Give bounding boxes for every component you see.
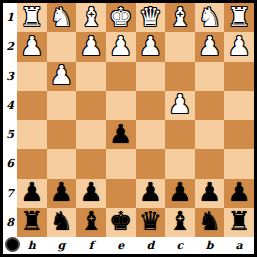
square-c8[interactable]: ♝ — [165, 208, 195, 237]
square-b3[interactable] — [195, 62, 225, 91]
file-label-a: a — [224, 239, 254, 252]
square-b5[interactable] — [195, 120, 225, 149]
white-pawn: ♟ — [20, 33, 43, 59]
square-b6[interactable] — [195, 149, 225, 178]
white-king: ♚ — [109, 4, 132, 30]
square-c7[interactable]: ♟ — [165, 179, 195, 208]
white-pawn: ♟ — [109, 33, 132, 59]
square-a1[interactable]: ♜ — [224, 3, 254, 32]
white-bishop: ♝ — [79, 4, 102, 30]
square-e4[interactable] — [106, 91, 136, 120]
square-g6[interactable] — [47, 149, 77, 178]
square-e7[interactable] — [106, 179, 136, 208]
square-f5[interactable] — [76, 120, 106, 149]
square-e6[interactable] — [106, 149, 136, 178]
square-h8[interactable]: ♜ — [17, 208, 47, 237]
square-a7[interactable]: ♟ — [224, 179, 254, 208]
square-g3[interactable]: ♟ — [47, 62, 77, 91]
square-c2[interactable] — [165, 32, 195, 61]
square-b1[interactable]: ♞ — [195, 3, 225, 32]
square-a4[interactable] — [224, 91, 254, 120]
file-label-c: c — [165, 239, 195, 252]
file-label-g: g — [47, 239, 77, 252]
square-h2[interactable]: ♟ — [17, 32, 47, 61]
file-label-f: f — [76, 239, 106, 252]
black-pawn: ♟ — [198, 179, 221, 205]
square-f6[interactable] — [76, 149, 106, 178]
black-queen: ♛ — [139, 208, 162, 234]
square-f3[interactable] — [76, 62, 106, 91]
square-c6[interactable] — [165, 149, 195, 178]
square-g2[interactable] — [47, 32, 77, 61]
square-h7[interactable]: ♟ — [17, 179, 47, 208]
rank-label-6: 6 — [3, 149, 17, 178]
square-h5[interactable] — [17, 120, 47, 149]
square-d4[interactable] — [136, 91, 166, 120]
black-pawn: ♟ — [50, 179, 73, 205]
file-label-b: b — [195, 239, 225, 252]
white-pawn: ♟ — [198, 33, 221, 59]
white-pawn: ♟ — [139, 33, 162, 59]
square-f2[interactable]: ♟ — [76, 32, 106, 61]
square-h4[interactable] — [17, 91, 47, 120]
black-bishop: ♝ — [168, 208, 191, 234]
square-f8[interactable]: ♝ — [76, 208, 106, 237]
square-a5[interactable] — [224, 120, 254, 149]
white-pawn: ♟ — [50, 62, 73, 88]
file-label-e: e — [106, 239, 136, 252]
rank-label-3: 3 — [3, 62, 17, 91]
black-pawn: ♟ — [79, 179, 102, 205]
square-g4[interactable] — [47, 91, 77, 120]
square-d6[interactable] — [136, 149, 166, 178]
white-knight: ♞ — [198, 4, 221, 30]
white-bishop: ♝ — [168, 4, 191, 30]
white-knight: ♞ — [50, 4, 73, 30]
square-e5[interactable]: ♟ — [106, 120, 136, 149]
black-rook: ♜ — [20, 208, 43, 234]
square-h6[interactable] — [17, 149, 47, 178]
black-pawn: ♟ — [20, 179, 43, 205]
square-c5[interactable] — [165, 120, 195, 149]
rank-label-8: 8 — [3, 208, 17, 237]
square-h3[interactable] — [17, 62, 47, 91]
square-e3[interactable] — [106, 62, 136, 91]
black-pawn: ♟ — [168, 179, 191, 205]
file-label-d: d — [136, 239, 166, 252]
white-pawn: ♟ — [79, 33, 102, 59]
black-to-move-indicator-icon — [5, 237, 20, 252]
square-e1[interactable]: ♚ — [106, 3, 136, 32]
black-pawn: ♟ — [109, 121, 132, 147]
rank-label-1: 1 — [3, 3, 17, 32]
square-d2[interactable]: ♟ — [136, 32, 166, 61]
square-a6[interactable] — [224, 149, 254, 178]
file-labels: hgfedcba — [17, 237, 254, 254]
square-d3[interactable] — [136, 62, 166, 91]
rank-labels: 12345678 — [3, 3, 17, 237]
square-f7[interactable]: ♟ — [76, 179, 106, 208]
square-a3[interactable] — [224, 62, 254, 91]
square-f1[interactable]: ♝ — [76, 3, 106, 32]
black-bishop: ♝ — [79, 208, 102, 234]
square-a8[interactable]: ♜ — [224, 208, 254, 237]
square-g1[interactable]: ♞ — [47, 3, 77, 32]
black-knight: ♞ — [198, 208, 221, 234]
white-rook: ♜ — [228, 4, 251, 30]
square-a2[interactable]: ♟ — [224, 32, 254, 61]
white-pawn: ♟ — [228, 33, 251, 59]
square-b8[interactable]: ♞ — [195, 208, 225, 237]
square-d1[interactable]: ♛ — [136, 3, 166, 32]
rank-label-5: 5 — [3, 120, 17, 149]
black-rook: ♜ — [228, 208, 251, 234]
chess-board-window: 12345678 ♜♞♝♚♛♝♞♜♟♟♟♟♟♟♟♟♟♟♟♟♟♟♟♟♜♞♝♚♛♝♞… — [0, 0, 257, 257]
square-e2[interactable]: ♟ — [106, 32, 136, 61]
square-c3[interactable] — [165, 62, 195, 91]
chess-board: ♜♞♝♚♛♝♞♜♟♟♟♟♟♟♟♟♟♟♟♟♟♟♟♟♜♞♝♚♛♝♞♜ — [17, 3, 254, 237]
square-b2[interactable]: ♟ — [195, 32, 225, 61]
rank-label-4: 4 — [3, 91, 17, 120]
file-label-h: h — [17, 239, 47, 252]
rank-label-2: 2 — [3, 32, 17, 61]
square-d5[interactable] — [136, 120, 166, 149]
square-g7[interactable]: ♟ — [47, 179, 77, 208]
black-knight: ♞ — [50, 208, 73, 234]
square-e8[interactable]: ♚ — [106, 208, 136, 237]
white-rook: ♜ — [20, 4, 43, 30]
white-pawn: ♟ — [168, 91, 191, 117]
square-h1[interactable]: ♜ — [17, 3, 47, 32]
square-g5[interactable] — [47, 120, 77, 149]
black-king: ♚ — [109, 208, 132, 234]
white-queen: ♛ — [139, 4, 162, 30]
square-d8[interactable]: ♛ — [136, 208, 166, 237]
square-c1[interactable]: ♝ — [165, 3, 195, 32]
square-d7[interactable]: ♟ — [136, 179, 166, 208]
square-f4[interactable] — [76, 91, 106, 120]
black-pawn: ♟ — [139, 179, 162, 205]
square-g8[interactable]: ♞ — [47, 208, 77, 237]
square-b4[interactable] — [195, 91, 225, 120]
black-pawn: ♟ — [228, 179, 251, 205]
square-c4[interactable]: ♟ — [165, 91, 195, 120]
square-b7[interactable]: ♟ — [195, 179, 225, 208]
rank-label-7: 7 — [3, 179, 17, 208]
